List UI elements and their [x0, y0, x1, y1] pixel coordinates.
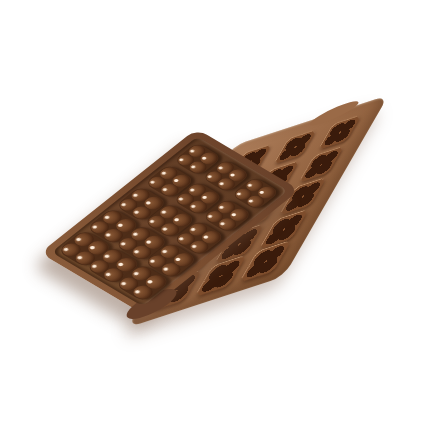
- product-photo: [0, 0, 423, 423]
